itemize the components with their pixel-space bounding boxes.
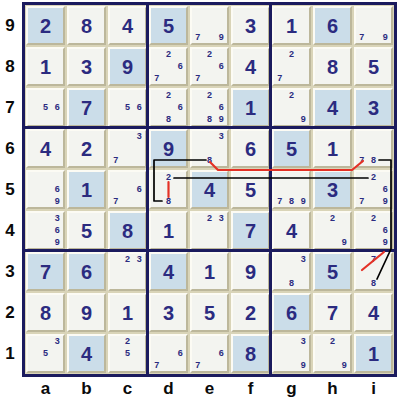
cell-face-g5: 789 <box>272 170 311 209</box>
row-label-4: 4 <box>0 210 20 251</box>
cell-g6[interactable]: 5 <box>271 128 312 169</box>
digit-b5: 1 <box>81 180 92 200</box>
cell-e7[interactable]: 2689 <box>189 87 230 128</box>
candidate-i4-6: 6 <box>379 225 391 237</box>
cell-face-c4: 8 <box>108 211 147 250</box>
sudoku-screenshot: 987654321 284579316791392672674278556756… <box>0 0 400 400</box>
cell-b8[interactable]: 3 <box>66 46 107 87</box>
cell-face-d3: 4 <box>149 252 188 291</box>
digit-c2: 1 <box>122 303 133 323</box>
digit-h9: 6 <box>327 16 338 36</box>
cell-i4[interactable]: 269 <box>353 210 394 251</box>
candidates-i6: 78 <box>356 131 391 166</box>
candidate-d1-6: 6 <box>174 348 186 360</box>
digit-c9: 4 <box>122 16 133 36</box>
digit-e3: 1 <box>204 262 215 282</box>
cell-g9[interactable]: 1 <box>271 5 312 46</box>
candidate-g1-3: 3 <box>297 336 309 348</box>
cell-e6[interactable]: 38 <box>189 128 230 169</box>
cell-face-d1: 67 <box>149 334 188 373</box>
candidates-a7: 56 <box>28 90 63 125</box>
cell-a8[interactable]: 1 <box>25 46 66 87</box>
candidate-h4-2: 2 <box>327 213 339 225</box>
candidate-d5-8: 8 <box>163 195 175 207</box>
cell-c8[interactable]: 9 <box>107 46 148 87</box>
cell-face-f4: 7 <box>231 211 270 250</box>
cell-a2[interactable]: 8 <box>25 292 66 333</box>
cell-face-g6: 5 <box>272 129 311 168</box>
box-divider-vertical-1 <box>146 5 149 374</box>
cell-face-b7: 7 <box>67 88 106 127</box>
cell-h4[interactable]: 29 <box>312 210 353 251</box>
cell-i2[interactable]: 4 <box>353 292 394 333</box>
digit-d2: 3 <box>163 303 174 323</box>
cell-b3[interactable]: 6 <box>66 251 107 292</box>
digit-g9: 1 <box>286 16 297 36</box>
candidate-g5-8: 8 <box>286 195 298 207</box>
cell-d4[interactable]: 1 <box>148 210 189 251</box>
cell-a1[interactable]: 35 <box>25 333 66 374</box>
digit-d4: 1 <box>163 221 174 241</box>
cell-a4[interactable]: 369 <box>25 210 66 251</box>
cell-f1[interactable]: 8 <box>230 333 271 374</box>
row-label-1: 1 <box>0 333 20 374</box>
candidates-e4: 23 <box>192 213 227 248</box>
cell-i7[interactable]: 3 <box>353 87 394 128</box>
col-label-d: d <box>148 379 189 399</box>
cell-b7[interactable]: 7 <box>66 87 107 128</box>
candidate-c6-3: 3 <box>133 131 145 143</box>
cell-g8[interactable]: 27 <box>271 46 312 87</box>
cell-c5[interactable]: 67 <box>107 169 148 210</box>
cell-face-e8: 267 <box>190 47 229 86</box>
candidate-a7-5: 5 <box>40 102 52 114</box>
candidate-a7-6: 6 <box>51 102 63 114</box>
candidate-e1-7: 7 <box>192 359 204 371</box>
cell-face-i4: 269 <box>354 211 393 250</box>
cell-e9[interactable]: 79 <box>189 5 230 46</box>
digit-a8: 1 <box>40 57 51 77</box>
cell-h9[interactable]: 6 <box>312 5 353 46</box>
cell-e2[interactable]: 5 <box>189 292 230 333</box>
cell-face-d2: 3 <box>149 293 188 332</box>
cell-d5[interactable]: 28 <box>148 169 189 210</box>
cell-c3[interactable]: 23 <box>107 251 148 292</box>
col-label-c: c <box>107 379 148 399</box>
cell-f3[interactable]: 9 <box>230 251 271 292</box>
candidate-g5-7: 7 <box>274 195 286 207</box>
cell-face-e7: 2689 <box>190 88 229 127</box>
cell-h2[interactable]: 7 <box>312 292 353 333</box>
candidate-g5-9: 9 <box>297 195 309 207</box>
digit-b1: 4 <box>81 344 92 364</box>
candidate-i6-7: 7 <box>356 154 368 166</box>
cell-face-b6: 2 <box>67 129 106 168</box>
candidate-e6-8: 8 <box>204 154 216 166</box>
col-label-f: f <box>230 379 271 399</box>
candidate-c1-5: 5 <box>122 348 134 360</box>
candidate-a1-3: 3 <box>51 336 63 348</box>
candidates-e9: 79 <box>192 8 227 43</box>
cell-a3[interactable]: 7 <box>25 251 66 292</box>
cell-face-c2: 1 <box>108 293 147 332</box>
cell-face-d7: 268 <box>149 88 188 127</box>
cell-f6[interactable]: 6 <box>230 128 271 169</box>
cell-face-a9: 2 <box>26 6 65 45</box>
candidates-d8: 267 <box>151 49 186 84</box>
cell-f2[interactable]: 2 <box>230 292 271 333</box>
cell-face-i1: 1 <box>354 334 393 373</box>
candidate-d8-2: 2 <box>163 49 175 61</box>
digit-b4: 5 <box>81 221 92 241</box>
digit-g4: 4 <box>286 221 297 241</box>
digit-f6: 6 <box>245 139 256 159</box>
digit-a9: 2 <box>40 16 51 36</box>
digit-g2: 6 <box>286 303 297 323</box>
candidate-i6-8: 8 <box>368 154 380 166</box>
cell-face-i5: 2679 <box>354 170 393 209</box>
cell-face-c7: 56 <box>108 88 147 127</box>
candidates-i4: 269 <box>356 213 391 248</box>
row-label-8: 8 <box>0 46 20 87</box>
cell-e3[interactable]: 1 <box>189 251 230 292</box>
cell-face-f6: 6 <box>231 129 270 168</box>
cell-face-h6: 1 <box>313 129 352 168</box>
cell-face-e6: 38 <box>190 129 229 168</box>
cell-face-a6: 4 <box>26 129 65 168</box>
candidate-e8-6: 6 <box>215 61 227 73</box>
cell-g2[interactable]: 6 <box>271 292 312 333</box>
cell-f7[interactable]: 1 <box>230 87 271 128</box>
cell-h3[interactable]: 5 <box>312 251 353 292</box>
box-divider-vertical-2 <box>269 5 272 374</box>
cell-g3[interactable]: 38 <box>271 251 312 292</box>
cell-g1[interactable]: 39 <box>271 333 312 374</box>
digit-f7: 1 <box>245 98 256 118</box>
candidates-a1: 35 <box>28 336 63 371</box>
cell-e1[interactable]: 67 <box>189 333 230 374</box>
digit-d9: 5 <box>163 16 174 36</box>
candidate-d1-7: 7 <box>151 359 163 371</box>
digit-a6: 4 <box>40 139 51 159</box>
cell-i1[interactable]: 1 <box>353 333 394 374</box>
cell-face-a7: 56 <box>26 88 65 127</box>
cell-g5[interactable]: 789 <box>271 169 312 210</box>
cell-i3[interactable]: 87 <box>353 251 394 292</box>
candidate-e7-6: 6 <box>215 102 227 114</box>
cell-face-d6: 9 <box>149 129 188 168</box>
cell-face-i8: 5 <box>354 47 393 86</box>
cell-d9[interactable]: 5 <box>148 5 189 46</box>
sudoku-grid: 2845793167913926726742785567562682689129… <box>25 5 394 374</box>
cell-face-g7: 29 <box>272 88 311 127</box>
candidates-g7: 29 <box>274 90 309 125</box>
cell-b4[interactable]: 5 <box>66 210 107 251</box>
cell-face-e1: 67 <box>190 334 229 373</box>
cell-face-d9: 5 <box>149 6 188 45</box>
candidate-h1-2: 2 <box>327 336 339 348</box>
col-label-e: e <box>189 379 230 399</box>
cell-face-i6: 78 <box>354 129 393 168</box>
candidate-g3-3: 3 <box>297 254 309 266</box>
cell-f8[interactable]: 4 <box>230 46 271 87</box>
cell-g7[interactable]: 29 <box>271 87 312 128</box>
cell-face-g4: 4 <box>272 211 311 250</box>
cell-f9[interactable]: 3 <box>230 5 271 46</box>
candidate-a1-5: 5 <box>40 348 52 360</box>
cell-d3[interactable]: 4 <box>148 251 189 292</box>
candidate-i5-2: 2 <box>368 172 380 184</box>
candidates-a5: 69 <box>28 172 63 207</box>
cell-face-a3: 7 <box>26 252 65 291</box>
candidate-h4-9: 9 <box>338 236 350 248</box>
cell-face-b8: 3 <box>67 47 106 86</box>
row-label-5: 5 <box>0 169 20 210</box>
cell-face-a5: 69 <box>26 170 65 209</box>
cell-c1[interactable]: 25 <box>107 333 148 374</box>
cell-face-h9: 6 <box>313 6 352 45</box>
cell-face-a8: 1 <box>26 47 65 86</box>
cell-c6[interactable]: 37 <box>107 128 148 169</box>
cell-face-a2: 8 <box>26 293 65 332</box>
row-label-6: 6 <box>0 128 20 169</box>
cell-face-d8: 267 <box>149 47 188 86</box>
cell-a9[interactable]: 2 <box>25 5 66 46</box>
cell-h6[interactable]: 1 <box>312 128 353 169</box>
cell-face-c9: 4 <box>108 6 147 45</box>
cell-face-f7: 1 <box>231 88 270 127</box>
cell-face-g3: 38 <box>272 252 311 291</box>
cell-d7[interactable]: 268 <box>148 87 189 128</box>
candidate-e7-9: 9 <box>215 113 227 125</box>
candidate-i5-9: 9 <box>379 195 391 207</box>
cell-face-b3: 6 <box>67 252 106 291</box>
digit-h6: 1 <box>327 139 338 159</box>
candidate-e6-3: 3 <box>215 131 227 143</box>
candidates-c5: 67 <box>110 172 145 207</box>
cell-b1[interactable]: 4 <box>66 333 107 374</box>
cell-d6[interactable]: 9 <box>148 128 189 169</box>
candidate-d7-6: 6 <box>174 102 186 114</box>
cell-face-c8: 9 <box>108 47 147 86</box>
candidate-a4-9: 9 <box>51 236 63 248</box>
cell-face-e5: 4 <box>190 170 229 209</box>
cell-f4[interactable]: 7 <box>230 210 271 251</box>
candidate-e1-6: 6 <box>215 348 227 360</box>
candidate-a5-6: 6 <box>51 184 63 196</box>
box-divider-horizontal-2 <box>25 249 394 252</box>
digit-i1: 1 <box>368 344 379 364</box>
digit-i2: 4 <box>368 303 379 323</box>
cell-i8[interactable]: 5 <box>353 46 394 87</box>
digit-c4: 8 <box>122 221 133 241</box>
cell-face-f1: 8 <box>231 334 270 373</box>
cell-face-c1: 25 <box>108 334 147 373</box>
candidates-c3: 23 <box>110 254 145 289</box>
cell-face-f5: 5 <box>231 170 270 209</box>
row-label-9: 9 <box>0 5 20 46</box>
digit-f3: 9 <box>245 262 256 282</box>
cell-a6[interactable]: 4 <box>25 128 66 169</box>
cell-face-g2: 6 <box>272 293 311 332</box>
cell-face-h8: 8 <box>313 47 352 86</box>
cell-face-h1: 29 <box>313 334 352 373</box>
candidate-i4-2: 2 <box>368 213 380 225</box>
candidate-d5-2: 2 <box>163 172 175 184</box>
candidates-c7: 56 <box>110 90 145 125</box>
candidates-g1: 39 <box>274 336 309 371</box>
digit-b6: 2 <box>81 139 92 159</box>
cell-face-a4: 369 <box>26 211 65 250</box>
candidates-c1: 25 <box>110 336 145 371</box>
digit-i8: 5 <box>368 57 379 77</box>
candidate-g7-2: 2 <box>286 90 298 102</box>
digit-h5: 3 <box>327 180 338 200</box>
candidate-g1-9: 9 <box>297 359 309 371</box>
cell-face-h4: 29 <box>313 211 352 250</box>
candidate-i5-6: 6 <box>379 184 391 196</box>
sudoku-board: 2845793167913926726742785567562682689129… <box>22 2 397 377</box>
candidate-e4-2: 2 <box>204 213 216 225</box>
cell-face-f9: 3 <box>231 6 270 45</box>
candidate-i3-8: 8 <box>368 277 380 289</box>
cell-face-d5: 28 <box>149 170 188 209</box>
cell-face-g1: 39 <box>272 334 311 373</box>
candidate-e7-8: 8 <box>204 113 216 125</box>
digit-c8: 9 <box>122 57 133 77</box>
candidate-e4-3: 3 <box>215 213 227 225</box>
cell-h8[interactable]: 8 <box>312 46 353 87</box>
digit-b3: 6 <box>81 262 92 282</box>
digit-f5: 5 <box>245 180 256 200</box>
cell-d8[interactable]: 267 <box>148 46 189 87</box>
cell-b6[interactable]: 2 <box>66 128 107 169</box>
cell-c9[interactable]: 4 <box>107 5 148 46</box>
cell-face-h7: 4 <box>313 88 352 127</box>
cell-c2[interactable]: 1 <box>107 292 148 333</box>
candidates-g5: 789 <box>274 172 309 207</box>
candidate-d7-2: 2 <box>163 90 175 102</box>
digit-h2: 7 <box>327 303 338 323</box>
cell-h1[interactable]: 29 <box>312 333 353 374</box>
candidate-c3-2: 2 <box>122 254 134 266</box>
cell-h5[interactable]: 3 <box>312 169 353 210</box>
candidates-c6: 37 <box>110 131 145 166</box>
candidates-i9: 79 <box>356 8 391 43</box>
cell-b9[interactable]: 8 <box>66 5 107 46</box>
candidate-e7-2: 2 <box>204 90 216 102</box>
cell-b5[interactable]: 1 <box>66 169 107 210</box>
candidates-h4: 29 <box>315 213 350 248</box>
candidates-d7: 268 <box>151 90 186 125</box>
digit-b2: 9 <box>81 303 92 323</box>
candidates-g8: 27 <box>274 49 309 84</box>
cell-face-e9: 79 <box>190 6 229 45</box>
cell-face-h5: 3 <box>313 170 352 209</box>
cell-c4[interactable]: 8 <box>107 210 148 251</box>
cell-e5[interactable]: 4 <box>189 169 230 210</box>
cell-face-g9: 1 <box>272 6 311 45</box>
digit-f9: 3 <box>245 16 256 36</box>
candidate-c5-6: 6 <box>133 184 145 196</box>
candidate-i9-9: 9 <box>379 31 391 43</box>
cell-g4[interactable]: 4 <box>271 210 312 251</box>
candidate-c1-2: 2 <box>122 336 134 348</box>
cell-face-h3: 5 <box>313 252 352 291</box>
cell-d2[interactable]: 3 <box>148 292 189 333</box>
cell-face-c3: 23 <box>108 252 147 291</box>
cell-face-h2: 7 <box>313 293 352 332</box>
cell-face-c6: 37 <box>108 129 147 168</box>
digit-f2: 2 <box>245 303 256 323</box>
col-label-g: g <box>271 379 312 399</box>
candidate-i5-7: 7 <box>356 195 368 207</box>
digit-d6: 9 <box>163 139 174 159</box>
digit-b7: 7 <box>81 98 92 118</box>
row-label-3: 3 <box>0 251 20 292</box>
candidates-d1: 67 <box>151 336 186 371</box>
cell-f5[interactable]: 5 <box>230 169 271 210</box>
cell-i5[interactable]: 2679 <box>353 169 394 210</box>
candidates-d5: 28 <box>151 172 186 207</box>
cell-d1[interactable]: 67 <box>148 333 189 374</box>
digit-e5: 4 <box>204 180 215 200</box>
digit-a2: 8 <box>40 303 51 323</box>
cell-e8[interactable]: 267 <box>189 46 230 87</box>
row-labels: 987654321 <box>0 5 20 374</box>
cell-face-c5: 67 <box>108 170 147 209</box>
cell-c7[interactable]: 56 <box>107 87 148 128</box>
cell-face-e3: 1 <box>190 252 229 291</box>
cell-face-i2: 4 <box>354 293 393 332</box>
candidates-e7: 2689 <box>192 90 227 125</box>
cell-face-e2: 5 <box>190 293 229 332</box>
digit-h3: 5 <box>327 262 338 282</box>
digit-f1: 8 <box>245 344 256 364</box>
cell-i9[interactable]: 79 <box>353 5 394 46</box>
candidates-e8: 267 <box>192 49 227 84</box>
candidate-g7-9: 9 <box>297 113 309 125</box>
digit-h7: 4 <box>327 98 338 118</box>
cell-face-f3: 9 <box>231 252 270 291</box>
candidates-h1: 29 <box>315 336 350 371</box>
candidate-d7-8: 8 <box>163 113 175 125</box>
digit-i7: 3 <box>368 98 379 118</box>
candidate-d8-7: 7 <box>151 72 163 84</box>
cell-face-b9: 8 <box>67 6 106 45</box>
cell-face-b5: 1 <box>67 170 106 209</box>
cell-a5[interactable]: 69 <box>25 169 66 210</box>
digit-b8: 3 <box>81 57 92 77</box>
row-label-2: 2 <box>0 292 20 333</box>
cell-face-i9: 79 <box>354 6 393 45</box>
cell-e4[interactable]: 23 <box>189 210 230 251</box>
candidate-e8-7: 7 <box>192 72 204 84</box>
cell-h7[interactable]: 4 <box>312 87 353 128</box>
cell-face-a1: 35 <box>26 334 65 373</box>
candidate-i4-9: 9 <box>379 236 391 248</box>
candidates-i5: 2679 <box>356 172 391 207</box>
candidates-i3: 87 <box>356 254 391 289</box>
cell-b2[interactable]: 9 <box>66 292 107 333</box>
col-label-i: i <box>353 379 394 399</box>
candidate-g3-8: 8 <box>286 277 298 289</box>
candidates-e1: 67 <box>192 336 227 371</box>
cell-a7[interactable]: 56 <box>25 87 66 128</box>
cell-face-b4: 5 <box>67 211 106 250</box>
cell-i6[interactable]: 78 <box>353 128 394 169</box>
candidate-d8-6: 6 <box>174 61 186 73</box>
